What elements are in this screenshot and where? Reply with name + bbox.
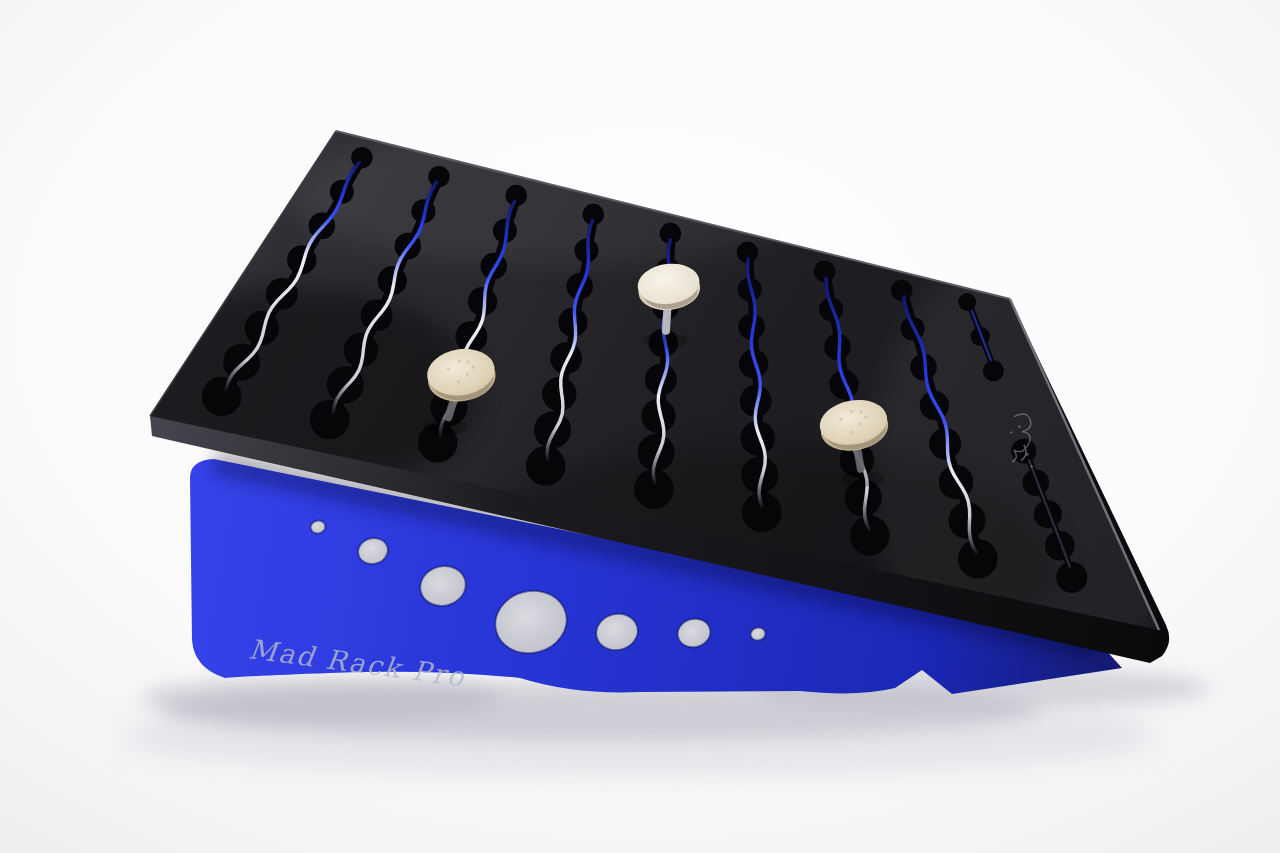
slot-scallop bbox=[310, 400, 350, 440]
slot-scallop bbox=[983, 360, 1004, 381]
slot-scallop bbox=[850, 516, 890, 556]
slot-scallop bbox=[506, 185, 527, 206]
slot-scallop bbox=[1023, 469, 1050, 496]
slot-scallop bbox=[829, 370, 858, 399]
slot-scallop bbox=[949, 502, 986, 539]
tip-reflection bbox=[841, 471, 885, 487]
slot-scallop bbox=[958, 539, 998, 579]
slot-scallop bbox=[534, 412, 571, 449]
slot-scallop bbox=[550, 342, 582, 374]
slot-scallop bbox=[891, 280, 912, 301]
slot-scallop bbox=[638, 434, 675, 471]
slot-scallop bbox=[939, 465, 973, 499]
product-photo: Mad Rack Pro bbox=[0, 0, 1280, 853]
tip-reflection bbox=[643, 333, 687, 349]
slot-scallop bbox=[742, 493, 782, 533]
tip-reflection bbox=[423, 419, 467, 435]
slot-scallop bbox=[1034, 500, 1062, 528]
slot-scallop bbox=[428, 166, 449, 187]
slot-scallop bbox=[929, 428, 961, 460]
slot-scallop bbox=[1056, 562, 1087, 593]
slot-scallop bbox=[351, 147, 372, 168]
slot-scallop bbox=[202, 377, 242, 417]
slot-scallop bbox=[455, 321, 487, 353]
slot-scallop bbox=[958, 293, 976, 311]
scene-image: Mad Rack Pro bbox=[0, 0, 1280, 853]
slot-scallop bbox=[1045, 531, 1075, 561]
slot-scallop bbox=[971, 327, 990, 346]
